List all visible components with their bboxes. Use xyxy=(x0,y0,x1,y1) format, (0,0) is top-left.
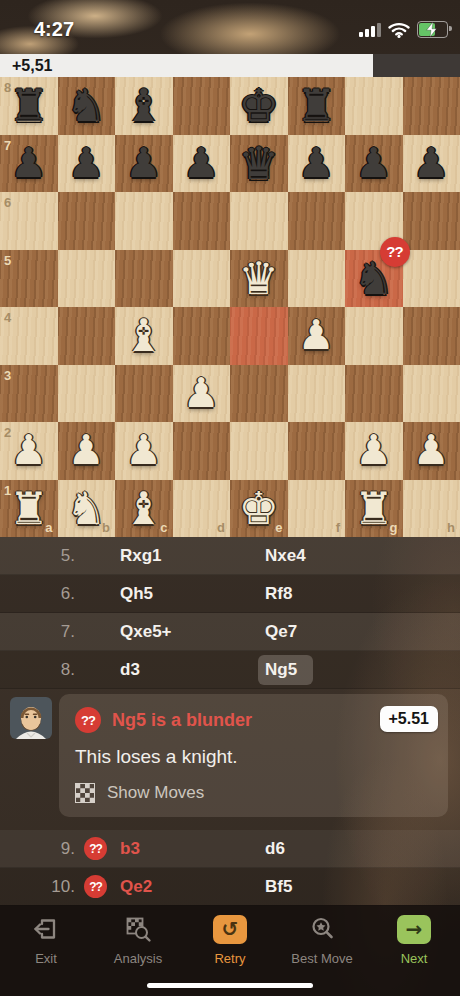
square-c2[interactable]: ♟ xyxy=(115,422,173,480)
piece-white-king[interactable]: ♚ xyxy=(230,480,288,538)
show-moves-button[interactable]: Show Moves xyxy=(75,783,434,803)
blunder-badge-icon: ?? xyxy=(75,707,101,733)
white-move-blunder[interactable]: ?? Qe2 xyxy=(75,875,265,898)
rank-coordinate: 4 xyxy=(4,310,11,325)
square-f4[interactable]: ♟ xyxy=(288,307,346,365)
file-coordinate: h xyxy=(447,520,455,535)
square-f5[interactable] xyxy=(288,250,346,308)
square-h6[interactable] xyxy=(403,192,460,250)
square-d3[interactable]: ♟ xyxy=(173,365,231,423)
move-number: 8. xyxy=(0,660,75,680)
square-d8[interactable] xyxy=(173,77,231,135)
evaluation-bar: +5,51 xyxy=(0,54,460,77)
square-b7[interactable]: ♟ xyxy=(58,135,116,193)
move-row: 7. Qxe5+ Qe7 xyxy=(0,613,460,651)
rank-coordinate: 3 xyxy=(4,368,11,383)
blunder-badge-on-square: ?? xyxy=(380,237,410,267)
eval-score-badge: +5.51 xyxy=(380,706,438,732)
square-e8[interactable]: ♚ xyxy=(230,77,288,135)
file-coordinate: f xyxy=(336,520,340,535)
piece-white-pawn[interactable]: ♟ xyxy=(115,422,173,480)
piece-black-pawn[interactable]: ♟ xyxy=(115,135,173,193)
square-d4[interactable] xyxy=(173,307,231,365)
move-row: 6. Qh5 Rf8 xyxy=(0,575,460,613)
piece-black-queen[interactable]: ♛ xyxy=(230,135,288,193)
square-b1[interactable]: b♞ xyxy=(58,480,116,538)
square-e1[interactable]: e♚ xyxy=(230,480,288,538)
piece-black-rook[interactable]: ♜ xyxy=(288,77,346,135)
square-d7[interactable]: ♟ xyxy=(173,135,231,193)
square-e2[interactable] xyxy=(230,422,288,480)
piece-white-pawn[interactable]: ♟ xyxy=(58,422,116,480)
move-row: 9. ?? b3 d6 xyxy=(0,830,460,868)
square-b3[interactable] xyxy=(58,365,116,423)
square-g1[interactable]: g♜ xyxy=(345,480,403,538)
clock: 4:27 xyxy=(34,18,74,41)
coach-avatar xyxy=(10,697,52,739)
square-h2[interactable]: ♟ xyxy=(403,422,460,480)
piece-white-pawn[interactable]: ♟ xyxy=(403,422,460,480)
piece-white-bishop[interactable]: ♝ xyxy=(115,307,173,365)
square-g7[interactable]: ♟ xyxy=(345,135,403,193)
move-row: 5. Rxg1 Nxe4 xyxy=(0,537,460,575)
square-b4[interactable] xyxy=(58,307,116,365)
blunder-badge-icon: ?? xyxy=(84,875,107,898)
square-a3[interactable]: 3 xyxy=(0,365,58,423)
battery-charging-icon xyxy=(417,21,448,38)
square-b2[interactable]: ♟ xyxy=(58,422,116,480)
square-e4[interactable] xyxy=(230,307,288,365)
piece-white-pawn[interactable]: ♟ xyxy=(173,365,231,423)
wifi-icon xyxy=(388,22,410,38)
square-f8[interactable]: ♜ xyxy=(288,77,346,135)
file-coordinate: d xyxy=(217,520,225,535)
piece-black-pawn[interactable]: ♟ xyxy=(0,135,58,193)
piece-black-bishop[interactable]: ♝ xyxy=(115,77,173,135)
square-g4[interactable] xyxy=(345,307,403,365)
square-c3[interactable] xyxy=(115,365,173,423)
home-indicator[interactable] xyxy=(147,983,313,988)
blunder-badge-icon: ?? xyxy=(84,837,107,860)
piece-black-pawn[interactable]: ♟ xyxy=(58,135,116,193)
black-move[interactable]: Qe7 xyxy=(265,622,460,642)
square-e5[interactable]: ♛ xyxy=(230,250,288,308)
piece-black-rook[interactable]: ♜ xyxy=(0,77,58,135)
move-row: 8. d3 Ng5 xyxy=(0,651,460,689)
cellular-signal-icon xyxy=(359,23,381,37)
retry-icon: ↺ xyxy=(213,914,247,944)
square-h5[interactable] xyxy=(403,250,460,308)
evaluation-value: +5,51 xyxy=(12,57,52,75)
next-arrow-icon: → xyxy=(397,914,431,944)
show-moves-label: Show Moves xyxy=(107,783,204,803)
square-d1[interactable]: d xyxy=(173,480,231,538)
black-move[interactable]: d6 xyxy=(265,839,460,859)
status-bar: 4:27 xyxy=(0,0,460,54)
square-g5[interactable]: ♞?? xyxy=(345,250,403,308)
square-a1[interactable]: 1a♜ xyxy=(0,480,58,538)
square-a4[interactable]: 4 xyxy=(0,307,58,365)
square-f1[interactable]: f xyxy=(288,480,346,538)
piece-black-king[interactable]: ♚ xyxy=(230,77,288,135)
rank-coordinate: 6 xyxy=(4,195,11,210)
square-h3[interactable] xyxy=(403,365,460,423)
lightning-bolt-icon xyxy=(425,22,438,37)
square-f2[interactable] xyxy=(288,422,346,480)
piece-black-pawn[interactable]: ♟ xyxy=(173,135,231,193)
checkerboard-icon xyxy=(75,783,95,803)
best-move-icon xyxy=(308,914,336,944)
white-move[interactable]: d3 xyxy=(75,660,265,680)
exit-button[interactable]: Exit xyxy=(0,914,92,996)
square-b5[interactable] xyxy=(58,250,116,308)
square-f3[interactable] xyxy=(288,365,346,423)
blunder-title: Ng5 is a blunder xyxy=(112,710,252,731)
piece-black-pawn[interactable]: ♟ xyxy=(403,135,460,193)
app-screen: 4:27 +5,51 8♜ xyxy=(0,0,460,996)
piece-white-pawn[interactable]: ♟ xyxy=(288,307,346,365)
move-number: 5. xyxy=(0,546,75,566)
piece-white-knight[interactable]: ♞ xyxy=(58,480,116,538)
piece-white-pawn[interactable]: ♟ xyxy=(0,422,58,480)
square-d2[interactable] xyxy=(173,422,231,480)
square-b6[interactable] xyxy=(58,192,116,250)
square-c5[interactable] xyxy=(115,250,173,308)
move-row: 10. ?? Qe2 Bf5 xyxy=(0,868,460,906)
square-c4[interactable]: ♝ xyxy=(115,307,173,365)
square-g8[interactable] xyxy=(345,77,403,135)
white-move-blunder[interactable]: ?? b3 xyxy=(75,837,265,860)
square-d5[interactable] xyxy=(173,250,231,308)
square-h7[interactable]: ♟ xyxy=(403,135,460,193)
square-e7[interactable]: ♛ xyxy=(230,135,288,193)
black-move[interactable]: Rf8 xyxy=(265,584,460,604)
white-move[interactable]: Rxg1 xyxy=(75,546,265,566)
move-list-top: 5. Rxg1 Nxe4 6. Qh5 Rf8 7. Qxe5+ Qe7 8. … xyxy=(0,537,460,689)
blunder-panel: ?? Ng5 is a blunder +5.51 This loses a k… xyxy=(59,694,448,817)
rank-coordinate: 5 xyxy=(4,253,11,268)
move-number: 9. xyxy=(0,839,75,859)
square-c6[interactable] xyxy=(115,192,173,250)
blunder-explanation: This loses a knight. xyxy=(75,746,434,768)
square-f7[interactable]: ♟ xyxy=(288,135,346,193)
next-button[interactable]: → Next xyxy=(368,914,460,996)
square-e6[interactable] xyxy=(230,192,288,250)
evaluation-white-segment: +5,51 xyxy=(0,54,373,77)
square-h1[interactable]: h xyxy=(403,480,460,538)
white-move[interactable]: Qh5 xyxy=(75,584,265,604)
square-f6[interactable] xyxy=(288,192,346,250)
piece-black-pawn[interactable]: ♟ xyxy=(345,135,403,193)
square-a7[interactable]: 7♟ xyxy=(0,135,58,193)
square-a6[interactable]: 6 xyxy=(0,192,58,250)
square-c8[interactable]: ♝ xyxy=(115,77,173,135)
square-d6[interactable] xyxy=(173,192,231,250)
move-number: 6. xyxy=(0,584,75,604)
black-move-selected[interactable]: Ng5 xyxy=(265,655,460,685)
status-icons xyxy=(359,21,448,38)
move-number: 7. xyxy=(0,622,75,642)
square-c7[interactable]: ♟ xyxy=(115,135,173,193)
piece-white-rook[interactable]: ♜ xyxy=(345,480,403,538)
piece-white-bishop[interactable]: ♝ xyxy=(115,480,173,538)
square-h8[interactable] xyxy=(403,77,460,135)
square-a8[interactable]: 8♜ xyxy=(0,77,58,135)
move-list-bottom: 9. ?? b3 d6 10. ?? Qe2 Bf5 xyxy=(0,830,460,906)
piece-black-knight[interactable]: ♞ xyxy=(58,77,116,135)
analysis-icon xyxy=(124,914,152,944)
square-a2[interactable]: 2♟ xyxy=(0,422,58,480)
piece-white-rook[interactable]: ♜ xyxy=(0,480,58,538)
square-h4[interactable] xyxy=(403,307,460,365)
square-c1[interactable]: c♝ xyxy=(115,480,173,538)
square-a5[interactable]: 5 xyxy=(0,250,58,308)
square-e3[interactable] xyxy=(230,365,288,423)
square-b8[interactable]: ♞ xyxy=(58,77,116,135)
exit-icon xyxy=(32,914,60,944)
piece-white-queen[interactable]: ♛ xyxy=(230,250,288,308)
square-g3[interactable] xyxy=(345,365,403,423)
piece-black-pawn[interactable]: ♟ xyxy=(288,135,346,193)
move-number: 10. xyxy=(0,877,75,897)
square-g2[interactable]: ♟ xyxy=(345,422,403,480)
chess-board: 8♜♞♝♚♜7♟♟♟♟♛♟♟♟65♛♞??4♝♟3♟2♟♟♟♟♟1a♜b♞c♝d… xyxy=(0,77,460,537)
coach-row: ?? Ng5 is a blunder +5.51 This loses a k… xyxy=(0,689,460,819)
piece-white-pawn[interactable]: ♟ xyxy=(345,422,403,480)
white-move[interactable]: Qxe5+ xyxy=(75,622,265,642)
black-move[interactable]: Nxe4 xyxy=(265,546,460,566)
black-move[interactable]: Bf5 xyxy=(265,877,460,897)
